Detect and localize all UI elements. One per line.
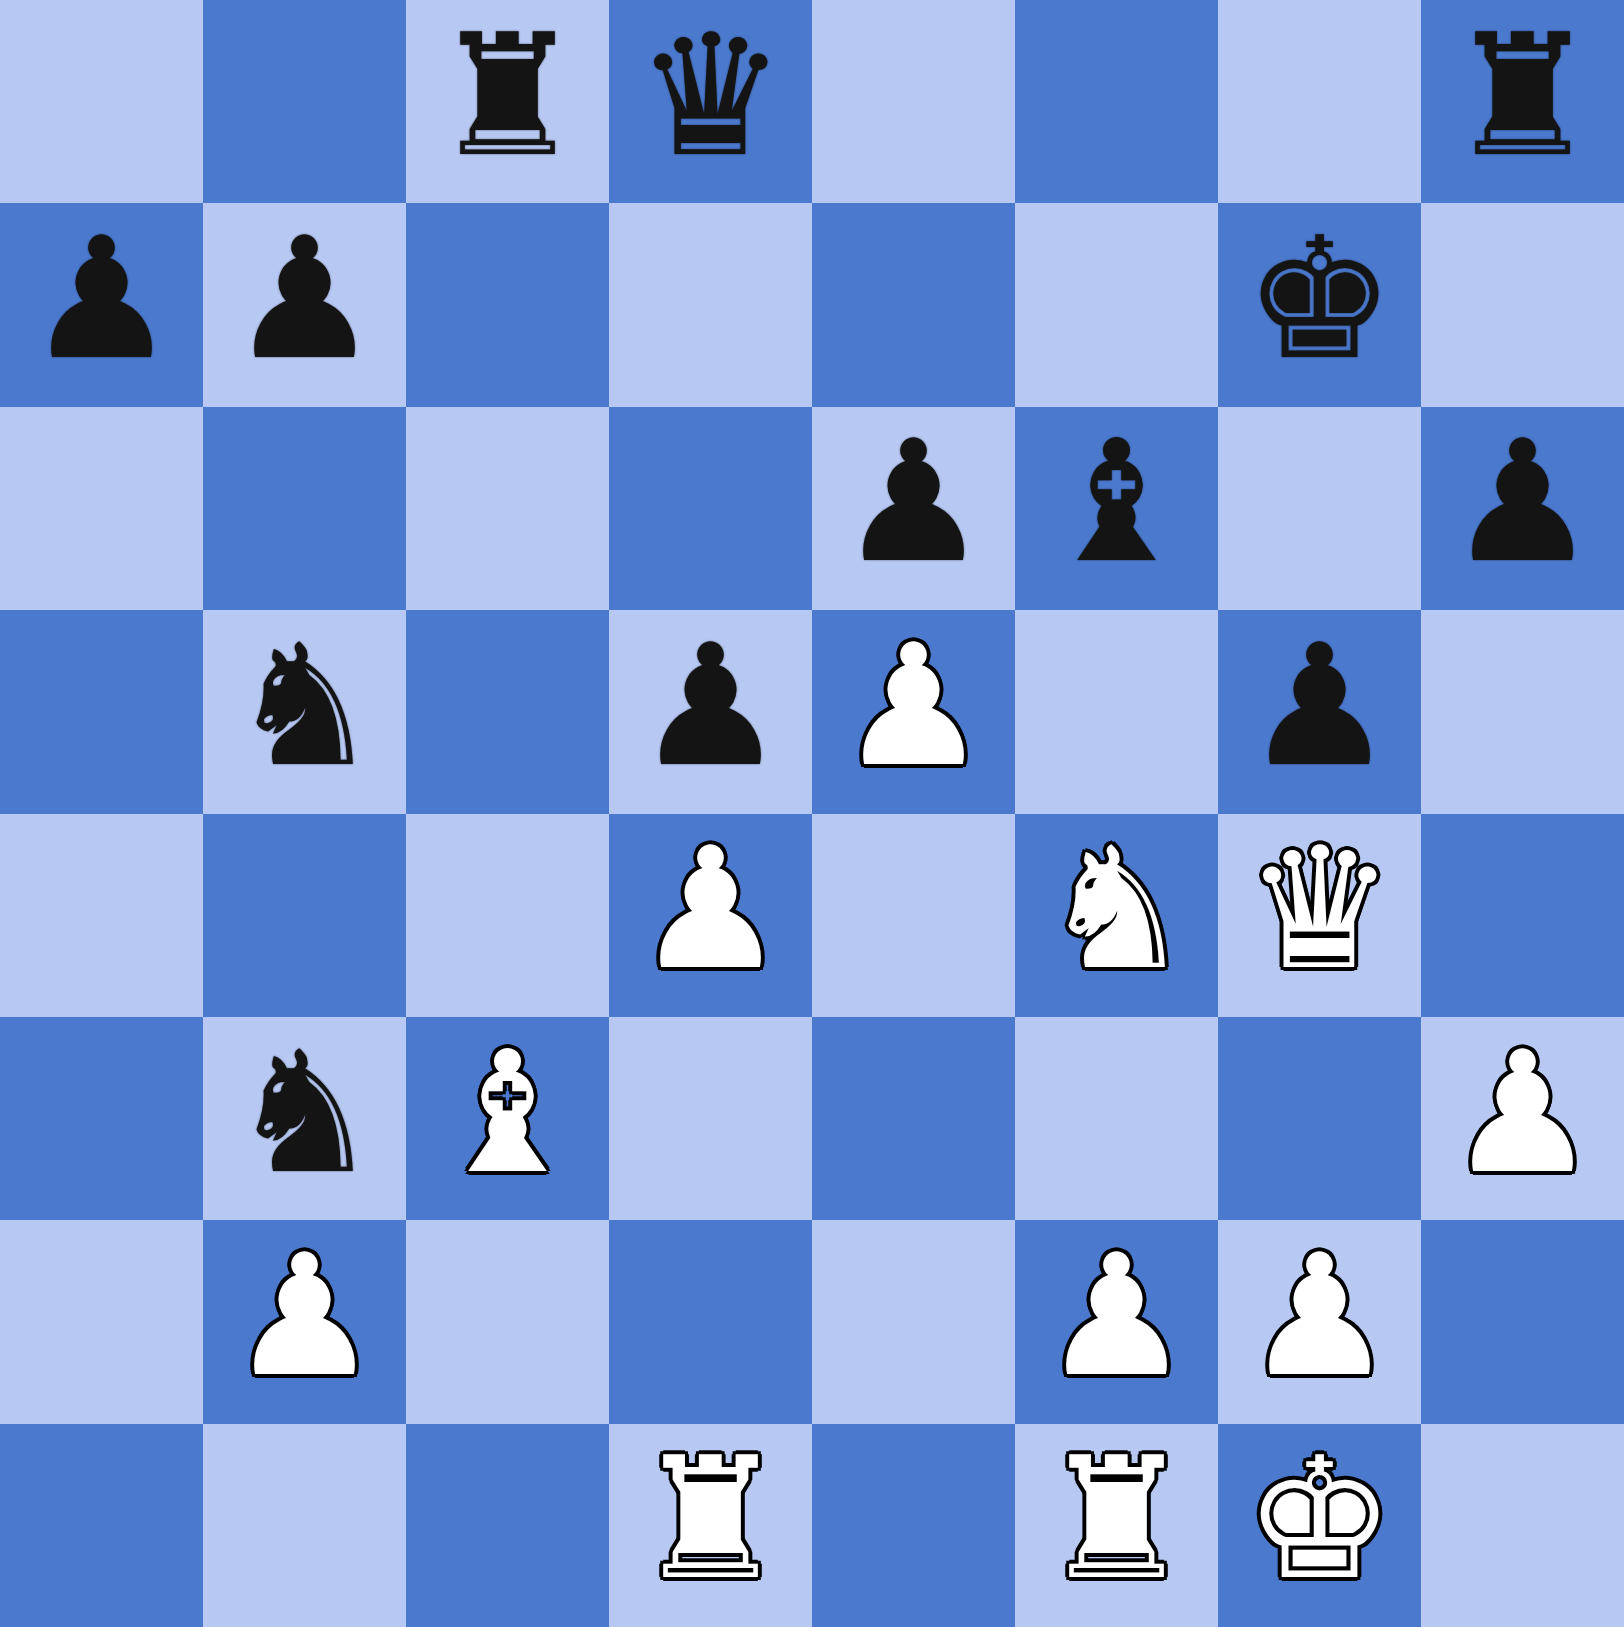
square-d8[interactable]: ♛ xyxy=(609,0,812,203)
square-c6[interactable] xyxy=(406,407,609,610)
square-a1[interactable] xyxy=(0,1424,203,1627)
square-h7[interactable] xyxy=(1421,203,1624,406)
black-pawn-piece[interactable]: ♟ xyxy=(838,418,989,586)
square-g3[interactable] xyxy=(1218,1017,1421,1220)
square-e6[interactable]: ♟ xyxy=(812,407,1015,610)
black-pawn-piece[interactable]: ♟ xyxy=(1244,622,1395,790)
square-b2[interactable]: ♟ xyxy=(203,1220,406,1423)
white-knight-piece[interactable]: ♞ xyxy=(1041,825,1192,993)
square-b1[interactable] xyxy=(203,1424,406,1627)
square-g5[interactable]: ♟ xyxy=(1218,610,1421,813)
square-h3[interactable]: ♟ xyxy=(1421,1017,1624,1220)
square-f4[interactable]: ♞ xyxy=(1015,814,1218,1017)
square-d5[interactable]: ♟ xyxy=(609,610,812,813)
square-h4[interactable] xyxy=(1421,814,1624,1017)
square-b8[interactable] xyxy=(203,0,406,203)
square-c2[interactable] xyxy=(406,1220,609,1423)
square-f8[interactable] xyxy=(1015,0,1218,203)
square-d1[interactable]: ♜ xyxy=(609,1424,812,1627)
square-g8[interactable] xyxy=(1218,0,1421,203)
square-e2[interactable] xyxy=(812,1220,1015,1423)
square-c5[interactable] xyxy=(406,610,609,813)
square-e7[interactable] xyxy=(812,203,1015,406)
black-queen-piece[interactable]: ♛ xyxy=(635,12,786,180)
square-e3[interactable] xyxy=(812,1017,1015,1220)
square-f3[interactable] xyxy=(1015,1017,1218,1220)
white-rook-piece[interactable]: ♜ xyxy=(1041,1435,1192,1603)
white-pawn-piece[interactable]: ♟ xyxy=(1244,1232,1395,1400)
white-pawn-piece[interactable]: ♟ xyxy=(229,1232,380,1400)
square-g2[interactable]: ♟ xyxy=(1218,1220,1421,1423)
square-e4[interactable] xyxy=(812,814,1015,1017)
square-f2[interactable]: ♟ xyxy=(1015,1220,1218,1423)
black-pawn-piece[interactable]: ♟ xyxy=(635,622,786,790)
square-a2[interactable] xyxy=(0,1220,203,1423)
square-b4[interactable] xyxy=(203,814,406,1017)
square-g1[interactable]: ♚ xyxy=(1218,1424,1421,1627)
square-b3[interactable]: ♞ xyxy=(203,1017,406,1220)
square-d2[interactable] xyxy=(609,1220,812,1423)
square-a3[interactable] xyxy=(0,1017,203,1220)
white-king-piece[interactable]: ♚ xyxy=(1244,1435,1395,1603)
black-rook-piece[interactable]: ♜ xyxy=(432,12,583,180)
square-b7[interactable]: ♟ xyxy=(203,203,406,406)
square-a4[interactable] xyxy=(0,814,203,1017)
square-e5[interactable]: ♟ xyxy=(812,610,1015,813)
square-d3[interactable] xyxy=(609,1017,812,1220)
white-pawn-piece[interactable]: ♟ xyxy=(635,825,786,993)
black-pawn-piece[interactable]: ♟ xyxy=(229,215,380,383)
white-bishop-piece[interactable]: ♝ xyxy=(432,1029,583,1197)
black-pawn-piece[interactable]: ♟ xyxy=(1447,418,1598,586)
black-rook-piece[interactable]: ♜ xyxy=(1447,12,1598,180)
square-d7[interactable] xyxy=(609,203,812,406)
square-h8[interactable]: ♜ xyxy=(1421,0,1624,203)
square-f6[interactable]: ♝ xyxy=(1015,407,1218,610)
square-f7[interactable] xyxy=(1015,203,1218,406)
square-h6[interactable]: ♟ xyxy=(1421,407,1624,610)
square-h1[interactable] xyxy=(1421,1424,1624,1627)
square-g4[interactable]: ♛ xyxy=(1218,814,1421,1017)
square-e8[interactable] xyxy=(812,0,1015,203)
white-rook-piece[interactable]: ♜ xyxy=(635,1435,786,1603)
square-h5[interactable] xyxy=(1421,610,1624,813)
square-a6[interactable] xyxy=(0,407,203,610)
square-f5[interactable] xyxy=(1015,610,1218,813)
square-g6[interactable] xyxy=(1218,407,1421,610)
chess-board: ♜♛♜♟♟♚♟♝♟♞♟♟♟♟♞♛♞♝♟♟♟♟♜♜♚ xyxy=(0,0,1624,1627)
square-g7[interactable]: ♚ xyxy=(1218,203,1421,406)
square-c8[interactable]: ♜ xyxy=(406,0,609,203)
black-bishop-piece[interactable]: ♝ xyxy=(1041,418,1192,586)
black-king-piece[interactable]: ♚ xyxy=(1244,215,1395,383)
square-c3[interactable]: ♝ xyxy=(406,1017,609,1220)
square-c7[interactable] xyxy=(406,203,609,406)
square-f1[interactable]: ♜ xyxy=(1015,1424,1218,1627)
square-d4[interactable]: ♟ xyxy=(609,814,812,1017)
square-a5[interactable] xyxy=(0,610,203,813)
square-h2[interactable] xyxy=(1421,1220,1624,1423)
white-pawn-piece[interactable]: ♟ xyxy=(1447,1029,1598,1197)
white-pawn-piece[interactable]: ♟ xyxy=(838,622,989,790)
white-pawn-piece[interactable]: ♟ xyxy=(1041,1232,1192,1400)
square-a8[interactable] xyxy=(0,0,203,203)
black-knight-piece[interactable]: ♞ xyxy=(229,1029,380,1197)
square-c4[interactable] xyxy=(406,814,609,1017)
square-e1[interactable] xyxy=(812,1424,1015,1627)
square-b6[interactable] xyxy=(203,407,406,610)
square-b5[interactable]: ♞ xyxy=(203,610,406,813)
square-a7[interactable]: ♟ xyxy=(0,203,203,406)
square-d6[interactable] xyxy=(609,407,812,610)
black-pawn-piece[interactable]: ♟ xyxy=(26,215,177,383)
white-queen-piece[interactable]: ♛ xyxy=(1244,825,1395,993)
black-knight-piece[interactable]: ♞ xyxy=(229,622,380,790)
square-c1[interactable] xyxy=(406,1424,609,1627)
